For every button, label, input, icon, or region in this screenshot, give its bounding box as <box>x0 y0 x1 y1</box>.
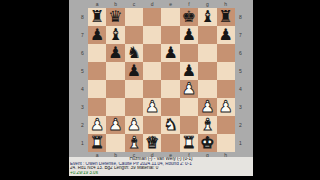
square-d8[interactable] <box>143 8 161 26</box>
white-pawn-f4[interactable]: ♟ <box>182 80 196 98</box>
black-pawn-c5[interactable]: ♟ <box>127 62 141 80</box>
square-a7[interactable]: ♟ <box>88 26 106 44</box>
black-pawn-e6[interactable]: ♟ <box>163 44 177 62</box>
game-info-panel: Huzman (-) - Van Wely (-) (0-1) Event : … <box>69 157 253 176</box>
square-c6[interactable]: ♞ <box>125 44 143 62</box>
square-b8[interactable]: ♛ <box>106 8 124 26</box>
white-pawn-d3[interactable]: ♟ <box>145 98 159 116</box>
white-rook-f1[interactable]: ♜ <box>182 134 196 152</box>
rank-label-8: 8 <box>78 8 87 26</box>
white-pawn-g3[interactable]: ♟ <box>200 98 214 116</box>
square-a8[interactable]: ♜ <box>88 8 106 26</box>
square-e5[interactable] <box>161 62 179 80</box>
rank-labels-right: 87654321 <box>236 8 245 152</box>
square-d3[interactable]: ♟ <box>143 98 161 116</box>
square-g6[interactable] <box>198 44 216 62</box>
square-h7[interactable]: ♟ <box>217 26 235 44</box>
rank-label-1: 1 <box>236 134 245 152</box>
rank-labels-left: 87654321 <box>78 8 87 152</box>
black-pawn-h7[interactable]: ♟ <box>219 26 233 44</box>
square-g2[interactable]: ♝ <box>198 116 216 134</box>
square-e7[interactable] <box>161 26 179 44</box>
square-c8[interactable] <box>125 8 143 26</box>
chess-board[interactable]: ♜♛♚♝♜♟♝♟♟♟♞♟♟♟♟♟♟♟♟♟♟♞♝♜♝♛♜♚ <box>88 8 235 152</box>
file-label-e: e <box>161 1 179 7</box>
square-f5[interactable]: ♟ <box>180 62 198 80</box>
white-pawn-b2[interactable]: ♟ <box>108 116 122 134</box>
square-c4[interactable] <box>125 80 143 98</box>
square-b7[interactable]: ♝ <box>106 26 124 44</box>
square-a5[interactable] <box>88 62 106 80</box>
black-rook-a8[interactable]: ♜ <box>90 8 104 26</box>
white-bishop-c1[interactable]: ♝ <box>127 134 141 152</box>
square-g4[interactable] <box>198 80 216 98</box>
rank-label-5: 5 <box>78 62 87 80</box>
square-e2[interactable]: ♞ <box>161 116 179 134</box>
letterbox-left <box>0 0 69 180</box>
rank-label-5: 5 <box>236 62 245 80</box>
black-knight-c6[interactable]: ♞ <box>127 44 141 62</box>
square-e3[interactable] <box>161 98 179 116</box>
black-pawn-a7[interactable]: ♟ <box>90 26 104 44</box>
square-a4[interactable] <box>88 80 106 98</box>
square-h4[interactable] <box>217 80 235 98</box>
rank-label-2: 2 <box>78 116 87 134</box>
rank-label-7: 7 <box>236 26 245 44</box>
rank-label-6: 6 <box>78 44 87 62</box>
square-b3[interactable] <box>106 98 124 116</box>
square-a1[interactable]: ♜ <box>88 134 106 152</box>
square-f8[interactable]: ♚ <box>180 8 198 26</box>
square-d2[interactable] <box>143 116 161 134</box>
square-b1[interactable] <box>106 134 124 152</box>
white-queen-d1[interactable]: ♛ <box>145 134 159 152</box>
square-a3[interactable] <box>88 98 106 116</box>
square-b2[interactable]: ♟ <box>106 116 124 134</box>
rank-label-3: 3 <box>236 98 245 116</box>
square-d5[interactable] <box>143 62 161 80</box>
square-f4[interactable]: ♟ <box>180 80 198 98</box>
white-pawn-a2[interactable]: ♟ <box>90 116 104 134</box>
square-c5[interactable]: ♟ <box>125 62 143 80</box>
square-c1[interactable]: ♝ <box>125 134 143 152</box>
white-pawn-c2[interactable]: ♟ <box>127 116 141 134</box>
rank-label-6: 6 <box>236 44 245 62</box>
engine-eval-line: +0.29/19 3.0s <box>69 171 253 176</box>
square-a2[interactable]: ♟ <box>88 116 106 134</box>
square-c2[interactable]: ♟ <box>125 116 143 134</box>
chess-gui-window: abcdefgh 87654321 ♜♛♚♝♜♟♝♟♟♟♞♟♟♟♟♟♟♟♟♟♟♞… <box>69 0 253 176</box>
letterbox-right <box>253 0 320 180</box>
file-label-c: c <box>125 1 143 7</box>
square-c3[interactable] <box>125 98 143 116</box>
file-label-d: d <box>143 1 161 7</box>
square-e4[interactable] <box>161 80 179 98</box>
square-g3[interactable]: ♟ <box>198 98 216 116</box>
square-e1[interactable] <box>161 134 179 152</box>
rank-label-3: 3 <box>78 98 87 116</box>
black-bishop-b7[interactable]: ♝ <box>108 26 122 44</box>
square-b4[interactable] <box>106 80 124 98</box>
square-a6[interactable] <box>88 44 106 62</box>
rank-label-1: 1 <box>78 134 87 152</box>
square-g5[interactable] <box>198 62 216 80</box>
square-f6[interactable] <box>180 44 198 62</box>
rank-label-4: 4 <box>78 80 87 98</box>
square-g1[interactable]: ♚ <box>198 134 216 152</box>
square-e6[interactable]: ♟ <box>161 44 179 62</box>
black-pawn-f5[interactable]: ♟ <box>182 62 196 80</box>
square-b5[interactable] <box>106 62 124 80</box>
square-f2[interactable] <box>180 116 198 134</box>
black-bishop-g8[interactable]: ♝ <box>200 8 214 26</box>
square-d6[interactable] <box>143 44 161 62</box>
rank-label-8: 8 <box>236 8 245 26</box>
white-bishop-g2[interactable]: ♝ <box>200 116 214 134</box>
white-rook-a1[interactable]: ♜ <box>90 134 104 152</box>
black-pawn-b6[interactable]: ♟ <box>108 44 122 62</box>
square-g8[interactable]: ♝ <box>198 8 216 26</box>
square-h8[interactable]: ♜ <box>217 8 235 26</box>
square-h1[interactable] <box>217 134 235 152</box>
square-e8[interactable] <box>161 8 179 26</box>
black-rook-h8[interactable]: ♜ <box>219 8 233 26</box>
square-f3[interactable] <box>180 98 198 116</box>
black-king-f8[interactable]: ♚ <box>182 8 196 26</box>
square-g7[interactable] <box>198 26 216 44</box>
white-king-g1[interactable]: ♚ <box>200 134 214 152</box>
square-c7[interactable] <box>125 26 143 44</box>
square-f7[interactable]: ♟ <box>180 26 198 44</box>
square-f1[interactable]: ♜ <box>180 134 198 152</box>
white-knight-e2[interactable]: ♞ <box>163 116 177 134</box>
white-pawn-h3[interactable]: ♟ <box>219 98 233 116</box>
square-h2[interactable] <box>217 116 235 134</box>
rank-label-2: 2 <box>236 116 245 134</box>
black-pawn-f7[interactable]: ♟ <box>182 26 196 44</box>
black-queen-b8[interactable]: ♛ <box>108 8 122 26</box>
square-d4[interactable] <box>143 80 161 98</box>
square-h6[interactable] <box>217 44 235 62</box>
square-d1[interactable]: ♛ <box>143 134 161 152</box>
square-d7[interactable] <box>143 26 161 44</box>
rank-label-4: 4 <box>236 80 245 98</box>
square-b6[interactable]: ♟ <box>106 44 124 62</box>
square-h3[interactable]: ♟ <box>217 98 235 116</box>
rank-label-7: 7 <box>78 26 87 44</box>
square-h5[interactable] <box>217 62 235 80</box>
